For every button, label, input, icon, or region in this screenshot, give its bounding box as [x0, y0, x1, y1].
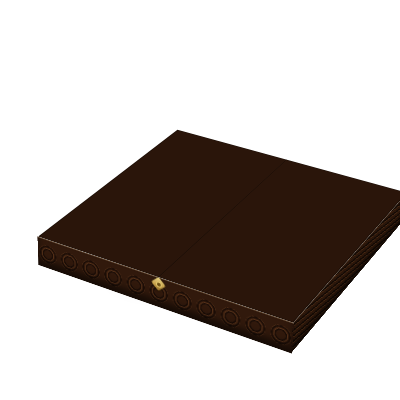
chess-board [38, 130, 400, 323]
board-top [38, 130, 400, 323]
chess-set-photo [0, 0, 400, 400]
perspective-scene [0, 0, 400, 400]
